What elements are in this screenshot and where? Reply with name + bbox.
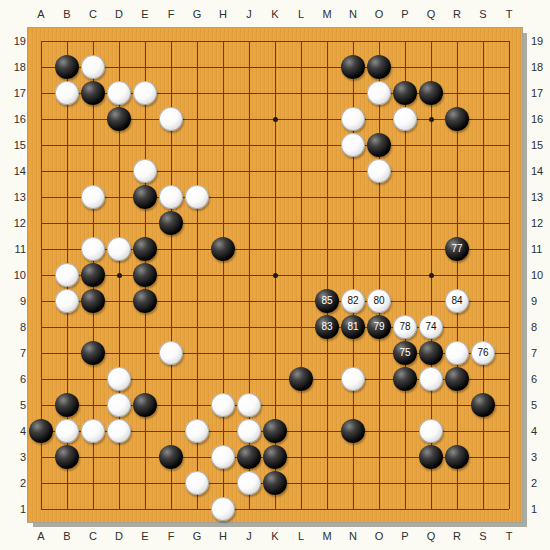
coord-label-left-11: 11 (0, 242, 26, 256)
coord-label-left-19: 19 (0, 34, 26, 48)
coord-label-bottom-K: K (266, 529, 284, 543)
coord-label-left-14: 14 (0, 164, 26, 178)
coord-label-right-6: 6 (531, 372, 550, 386)
coord-label-right-7: 7 (531, 346, 550, 360)
screen: 778582808483817978747576 AABBCCDDEEFFGGH… (0, 0, 550, 550)
coord-label-top-G: G (188, 7, 206, 21)
coord-label-right-8: 8 (531, 320, 550, 334)
coord-label-bottom-D: D (110, 529, 128, 543)
coord-label-top-M: M (318, 7, 336, 21)
coord-label-right-16: 16 (531, 112, 550, 126)
coord-label-bottom-J: J (240, 529, 258, 543)
coord-label-right-4: 4 (531, 424, 550, 438)
coord-label-bottom-P: P (396, 529, 414, 543)
coord-label-right-11: 11 (531, 242, 550, 256)
coord-label-left-17: 17 (0, 86, 26, 100)
coord-label-left-15: 15 (0, 138, 26, 152)
coord-label-top-F: F (162, 7, 180, 21)
coord-label-left-16: 16 (0, 112, 26, 126)
coord-label-top-C: C (84, 7, 102, 21)
coord-label-top-J: J (240, 7, 258, 21)
coord-label-bottom-Q: Q (422, 529, 440, 543)
coord-label-right-19: 19 (531, 34, 550, 48)
coord-label-top-O: O (370, 7, 388, 21)
coord-label-right-12: 12 (531, 216, 550, 230)
coord-label-left-10: 10 (0, 268, 26, 282)
coord-label-left-12: 12 (0, 216, 26, 230)
coord-label-bottom-R: R (448, 529, 466, 543)
coord-label-right-2: 2 (531, 476, 550, 490)
coord-label-top-N: N (344, 7, 362, 21)
coord-label-bottom-M: M (318, 529, 336, 543)
coord-label-bottom-E: E (136, 529, 154, 543)
coord-label-top-P: P (396, 7, 414, 21)
coord-label-bottom-T: T (500, 529, 518, 543)
coord-label-right-18: 18 (531, 60, 550, 74)
coord-label-left-18: 18 (0, 60, 26, 74)
coord-label-bottom-G: G (188, 529, 206, 543)
coord-label-left-3: 3 (0, 450, 26, 464)
coord-label-left-4: 4 (0, 424, 26, 438)
coord-label-top-A: A (32, 7, 50, 21)
coord-label-right-17: 17 (531, 86, 550, 100)
coord-label-bottom-O: O (370, 529, 388, 543)
coord-label-right-15: 15 (531, 138, 550, 152)
coord-label-bottom-F: F (162, 529, 180, 543)
coord-label-top-T: T (500, 7, 518, 21)
coord-label-top-B: B (58, 7, 76, 21)
coord-label-top-Q: Q (422, 7, 440, 21)
coord-label-bottom-H: H (214, 529, 232, 543)
coord-label-top-D: D (110, 7, 128, 21)
coord-label-left-9: 9 (0, 294, 26, 308)
coord-label-bottom-S: S (474, 529, 492, 543)
coord-label-left-8: 8 (0, 320, 26, 334)
coord-label-right-13: 13 (531, 190, 550, 204)
coord-label-left-13: 13 (0, 190, 26, 204)
coord-label-right-10: 10 (531, 268, 550, 282)
coord-label-bottom-N: N (344, 529, 362, 543)
coord-label-bottom-L: L (292, 529, 310, 543)
coord-label-top-E: E (136, 7, 154, 21)
coordinate-labels: AABBCCDDEEFFGGHHJJKKLLMMNNOOPPQQRRSSTT19… (0, 0, 550, 550)
coord-label-right-9: 9 (531, 294, 550, 308)
coord-label-right-14: 14 (531, 164, 550, 178)
coord-label-right-5: 5 (531, 398, 550, 412)
coord-label-right-3: 3 (531, 450, 550, 464)
coord-label-bottom-A: A (32, 529, 50, 543)
coord-label-right-1: 1 (531, 502, 550, 516)
coord-label-left-7: 7 (0, 346, 26, 360)
coord-label-bottom-B: B (58, 529, 76, 543)
coord-label-top-H: H (214, 7, 232, 21)
coord-label-left-2: 2 (0, 476, 26, 490)
coord-label-top-R: R (448, 7, 466, 21)
coord-label-left-6: 6 (0, 372, 26, 386)
coord-label-top-K: K (266, 7, 284, 21)
coord-label-top-S: S (474, 7, 492, 21)
coord-label-left-5: 5 (0, 398, 26, 412)
coord-label-top-L: L (292, 7, 310, 21)
coord-label-left-1: 1 (0, 502, 26, 516)
coord-label-bottom-C: C (84, 529, 102, 543)
